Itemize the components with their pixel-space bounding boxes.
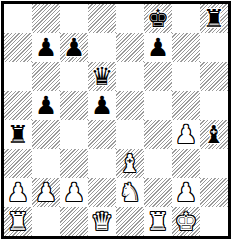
piece-white-pawn[interactable]: ♟ (172, 178, 200, 207)
square-f5[interactable] (144, 91, 172, 120)
square-g8[interactable] (172, 4, 200, 33)
square-e3[interactable]: ♝ (116, 149, 144, 178)
piece-white-bishop[interactable]: ♝ (116, 149, 144, 178)
piece-black-pawn[interactable]: ♟ (144, 33, 172, 62)
square-d8[interactable] (88, 4, 116, 33)
square-d1[interactable]: ♛ (88, 207, 116, 236)
square-h8[interactable]: ♜ (200, 4, 228, 33)
square-g2[interactable]: ♟ (172, 178, 200, 207)
square-a7[interactable] (4, 33, 32, 62)
piece-black-rook[interactable]: ♜ (4, 120, 32, 149)
piece-black-pawn[interactable]: ♟ (88, 91, 116, 120)
square-g1[interactable]: ♚ (172, 207, 200, 236)
square-c3[interactable] (60, 149, 88, 178)
square-c7[interactable]: ♟ (60, 33, 88, 62)
square-e8[interactable] (116, 4, 144, 33)
square-h1[interactable] (200, 207, 228, 236)
piece-white-pawn[interactable]: ♟ (4, 178, 32, 207)
piece-black-king[interactable]: ♚ (144, 4, 172, 33)
square-d3[interactable] (88, 149, 116, 178)
piece-black-pawn[interactable]: ♟ (32, 33, 60, 62)
square-d5[interactable]: ♟ (88, 91, 116, 120)
square-b5[interactable]: ♟ (32, 91, 60, 120)
piece-black-rook[interactable]: ♜ (200, 4, 228, 33)
square-a4[interactable]: ♜ (4, 120, 32, 149)
square-a5[interactable] (4, 91, 32, 120)
square-h4[interactable]: ♝ (200, 120, 228, 149)
chess-board: ♚♜♟♟♟♛♟♟♜♟♝♝♟♟♟♞♟♜♛♜♚ (1, 1, 231, 239)
piece-white-king[interactable]: ♚ (172, 207, 200, 236)
square-f6[interactable] (144, 62, 172, 91)
square-e6[interactable] (116, 62, 144, 91)
square-a6[interactable] (4, 62, 32, 91)
square-a1[interactable]: ♜ (4, 207, 32, 236)
square-f1[interactable]: ♜ (144, 207, 172, 236)
square-h7[interactable] (200, 33, 228, 62)
piece-white-pawn[interactable]: ♟ (32, 178, 60, 207)
piece-white-pawn[interactable]: ♟ (172, 120, 200, 149)
chess-diagram: ♚♜♟♟♟♛♟♟♜♟♝♝♟♟♟♞♟♜♛♜♚ (0, 0, 235, 241)
square-b2[interactable]: ♟ (32, 178, 60, 207)
piece-black-pawn[interactable]: ♟ (32, 91, 60, 120)
square-h5[interactable] (200, 91, 228, 120)
square-f8[interactable]: ♚ (144, 4, 172, 33)
square-h3[interactable] (200, 149, 228, 178)
square-c5[interactable] (60, 91, 88, 120)
square-e5[interactable] (116, 91, 144, 120)
square-c1[interactable] (60, 207, 88, 236)
square-b4[interactable] (32, 120, 60, 149)
piece-white-pawn[interactable]: ♟ (60, 178, 88, 207)
square-d7[interactable] (88, 33, 116, 62)
square-e2[interactable]: ♞ (116, 178, 144, 207)
square-g6[interactable] (172, 62, 200, 91)
square-b1[interactable] (32, 207, 60, 236)
square-b3[interactable] (32, 149, 60, 178)
square-b8[interactable] (32, 4, 60, 33)
square-e1[interactable] (116, 207, 144, 236)
square-f2[interactable] (144, 178, 172, 207)
square-g3[interactable] (172, 149, 200, 178)
piece-white-rook[interactable]: ♜ (4, 207, 32, 236)
square-c8[interactable] (60, 4, 88, 33)
square-d6[interactable]: ♛ (88, 62, 116, 91)
square-e7[interactable] (116, 33, 144, 62)
square-f3[interactable] (144, 149, 172, 178)
square-b7[interactable]: ♟ (32, 33, 60, 62)
piece-white-queen[interactable]: ♛ (88, 207, 116, 236)
piece-black-pawn[interactable]: ♟ (60, 33, 88, 62)
piece-black-bishop[interactable]: ♝ (200, 120, 228, 149)
square-h2[interactable] (200, 178, 228, 207)
square-b6[interactable] (32, 62, 60, 91)
square-f7[interactable]: ♟ (144, 33, 172, 62)
square-c2[interactable]: ♟ (60, 178, 88, 207)
square-g7[interactable] (172, 33, 200, 62)
square-a8[interactable] (4, 4, 32, 33)
square-d2[interactable] (88, 178, 116, 207)
square-e4[interactable] (116, 120, 144, 149)
piece-white-knight[interactable]: ♞ (116, 178, 144, 207)
square-c4[interactable] (60, 120, 88, 149)
square-g4[interactable]: ♟ (172, 120, 200, 149)
piece-black-queen[interactable]: ♛ (88, 62, 116, 91)
square-c6[interactable] (60, 62, 88, 91)
square-d4[interactable] (88, 120, 116, 149)
square-f4[interactable] (144, 120, 172, 149)
piece-white-rook[interactable]: ♜ (144, 207, 172, 236)
square-a3[interactable] (4, 149, 32, 178)
square-h6[interactable] (200, 62, 228, 91)
square-a2[interactable]: ♟ (4, 178, 32, 207)
square-g5[interactable] (172, 91, 200, 120)
